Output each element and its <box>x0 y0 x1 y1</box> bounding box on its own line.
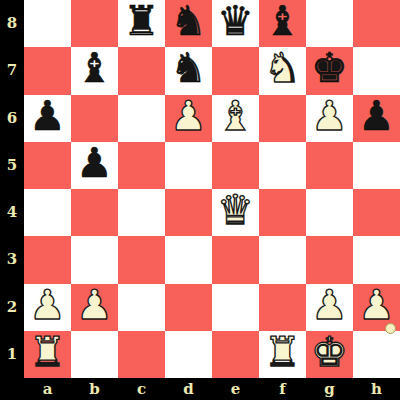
square-b6[interactable] <box>71 95 118 142</box>
chess-board-grid: ♜♞♛♝♝♞♞♚♟♟♝♟♟♟♛♟♟♟♟♜♜♚ <box>24 0 400 378</box>
side-to-move-indicator-dot <box>385 323 396 334</box>
square-d7[interactable]: ♞ <box>165 47 212 94</box>
square-f1[interactable]: ♜ <box>259 331 306 378</box>
square-a1[interactable]: ♜ <box>24 331 71 378</box>
square-g2[interactable]: ♟ <box>306 284 353 331</box>
square-h7[interactable] <box>353 47 400 94</box>
file-label-d: d <box>165 378 212 400</box>
black-bishop-piece: ♝ <box>264 1 301 42</box>
square-a7[interactable] <box>24 47 71 94</box>
square-a5[interactable] <box>24 142 71 189</box>
white-pawn-piece: ♟ <box>311 285 348 326</box>
square-c6[interactable] <box>118 95 165 142</box>
file-label-c: c <box>118 378 165 400</box>
square-f8[interactable]: ♝ <box>259 0 306 47</box>
square-f3[interactable] <box>259 236 306 283</box>
square-d3[interactable] <box>165 236 212 283</box>
square-g8[interactable] <box>306 0 353 47</box>
file-label-b: b <box>71 378 118 400</box>
rank-label-3: 3 <box>0 236 24 283</box>
square-h8[interactable] <box>353 0 400 47</box>
square-e3[interactable] <box>212 236 259 283</box>
black-bishop-piece: ♝ <box>76 48 113 89</box>
square-d5[interactable] <box>165 142 212 189</box>
white-pawn-piece: ♟ <box>358 285 395 326</box>
file-labels: abcdefgh <box>24 378 400 400</box>
rank-labels: 87654321 <box>0 0 24 378</box>
square-b2[interactable]: ♟ <box>71 284 118 331</box>
black-king-piece: ♚ <box>311 48 348 89</box>
white-knight-piece: ♞ <box>264 48 301 89</box>
white-bishop-piece: ♝ <box>217 96 254 137</box>
square-h5[interactable] <box>353 142 400 189</box>
white-rook-piece: ♜ <box>29 332 66 373</box>
square-g5[interactable] <box>306 142 353 189</box>
white-rook-piece: ♜ <box>264 332 301 373</box>
black-rook-piece: ♜ <box>123 1 160 42</box>
black-knight-piece: ♞ <box>170 1 207 42</box>
square-g3[interactable] <box>306 236 353 283</box>
square-g4[interactable] <box>306 189 353 236</box>
black-knight-piece: ♞ <box>170 48 207 89</box>
square-f2[interactable] <box>259 284 306 331</box>
file-label-e: e <box>212 378 259 400</box>
rank-label-2: 2 <box>0 284 24 331</box>
white-pawn-piece: ♟ <box>76 285 113 326</box>
square-f5[interactable] <box>259 142 306 189</box>
square-b1[interactable] <box>71 331 118 378</box>
white-pawn-piece: ♟ <box>170 96 207 137</box>
black-pawn-piece: ♟ <box>29 96 66 137</box>
square-c7[interactable] <box>118 47 165 94</box>
square-e5[interactable] <box>212 142 259 189</box>
square-d4[interactable] <box>165 189 212 236</box>
square-e7[interactable] <box>212 47 259 94</box>
white-pawn-piece: ♟ <box>311 96 348 137</box>
square-h6[interactable]: ♟ <box>353 95 400 142</box>
square-c5[interactable] <box>118 142 165 189</box>
rank-label-7: 7 <box>0 47 24 94</box>
square-d8[interactable]: ♞ <box>165 0 212 47</box>
square-c3[interactable] <box>118 236 165 283</box>
square-g6[interactable]: ♟ <box>306 95 353 142</box>
square-h3[interactable] <box>353 236 400 283</box>
square-g1[interactable]: ♚ <box>306 331 353 378</box>
file-label-f: f <box>259 378 306 400</box>
chess-puzzle-diagram: 87654321 ♜♞♛♝♝♞♞♚♟♟♝♟♟♟♛♟♟♟♟♜♜♚ abcdefgh <box>0 0 400 400</box>
square-b7[interactable]: ♝ <box>71 47 118 94</box>
square-c4[interactable] <box>118 189 165 236</box>
file-label-g: g <box>306 378 353 400</box>
square-a6[interactable]: ♟ <box>24 95 71 142</box>
square-e6[interactable]: ♝ <box>212 95 259 142</box>
white-pawn-piece: ♟ <box>29 285 66 326</box>
square-e4[interactable]: ♛ <box>212 189 259 236</box>
rank-label-8: 8 <box>0 0 24 47</box>
file-label-a: a <box>24 378 71 400</box>
square-b4[interactable] <box>71 189 118 236</box>
square-a3[interactable] <box>24 236 71 283</box>
square-e8[interactable]: ♛ <box>212 0 259 47</box>
square-f4[interactable] <box>259 189 306 236</box>
square-a2[interactable]: ♟ <box>24 284 71 331</box>
square-a4[interactable] <box>24 189 71 236</box>
square-d2[interactable] <box>165 284 212 331</box>
rank-label-5: 5 <box>0 142 24 189</box>
square-b5[interactable]: ♟ <box>71 142 118 189</box>
square-d1[interactable] <box>165 331 212 378</box>
square-f7[interactable]: ♞ <box>259 47 306 94</box>
square-f6[interactable] <box>259 95 306 142</box>
square-d6[interactable]: ♟ <box>165 95 212 142</box>
rank-label-6: 6 <box>0 95 24 142</box>
square-b3[interactable] <box>71 236 118 283</box>
square-c1[interactable] <box>118 331 165 378</box>
file-label-h: h <box>353 378 400 400</box>
black-pawn-piece: ♟ <box>76 143 113 184</box>
square-e2[interactable] <box>212 284 259 331</box>
white-queen-piece: ♛ <box>217 190 254 231</box>
rank-label-1: 1 <box>0 331 24 378</box>
square-h1[interactable] <box>353 331 400 378</box>
square-a8[interactable] <box>24 0 71 47</box>
square-e1[interactable] <box>212 331 259 378</box>
white-king-piece: ♚ <box>311 332 348 373</box>
black-queen-piece: ♛ <box>217 1 254 42</box>
rank-label-4: 4 <box>0 189 24 236</box>
square-g7[interactable]: ♚ <box>306 47 353 94</box>
square-b8[interactable] <box>71 0 118 47</box>
square-c8[interactable]: ♜ <box>118 0 165 47</box>
square-h4[interactable] <box>353 189 400 236</box>
square-c2[interactable] <box>118 284 165 331</box>
black-pawn-piece: ♟ <box>358 96 395 137</box>
